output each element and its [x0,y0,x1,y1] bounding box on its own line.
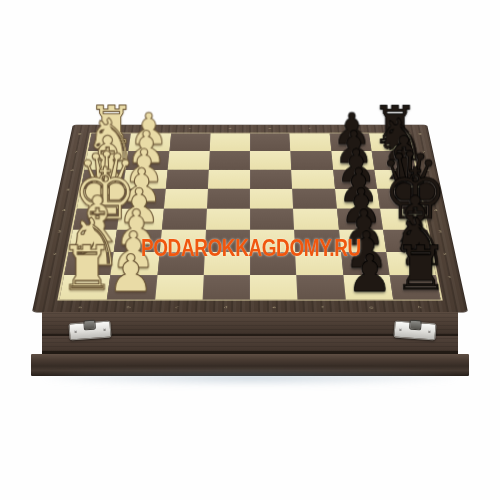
square: ♝ [69,230,118,252]
square: ♟ [126,151,169,169]
square [167,151,209,169]
coordinate-label: f [290,127,330,129]
square: ♜ [369,134,412,152]
square: ♟ [123,170,167,189]
frame-coordinates-far: abcdefgh [91,127,410,129]
black-rook: ♜ [371,99,411,151]
box-drop-shadow [45,372,455,385]
coordinate-label: b [104,306,153,309]
square [250,151,291,169]
square: ♟ [331,151,374,169]
coordinate-label: 1 [445,276,460,301]
square [169,134,210,152]
screw-icon [428,330,431,333]
coordinate-label: 3 [51,230,65,252]
square: ♝ [374,170,419,189]
coordinate-label: a [56,306,105,309]
coordinate-label: e [250,306,299,309]
coordinate-label: f [298,306,347,309]
white-rook: ♜ [88,99,128,151]
square: ♝ [383,230,432,252]
coordinate-label: d [210,127,250,129]
square [161,209,206,230]
square [155,275,204,299]
square: ♜ [88,134,131,152]
coordinate-label: h [395,306,444,309]
coordinate-label: a [91,127,131,129]
square: ♟ [107,275,157,299]
frame-coordinates-near: abcdefgh [56,306,445,309]
coordinate-label: 8 [72,133,84,151]
coordinate-label: 2 [46,252,60,275]
square [210,134,250,152]
coordinate-label: 4 [55,209,68,230]
site-watermark: PODAROKKAGDOMY.RU [141,236,361,260]
square [206,209,250,230]
square: ♚ [73,209,120,230]
white-pawn: ♟ [129,108,169,152]
coordinate-label: 3 [435,230,449,252]
coordinate-label: 4 [431,209,444,230]
square [296,275,345,299]
coordinate-label: h [369,127,409,129]
square [293,209,338,230]
square: ♛ [77,189,123,209]
square: ♚ [380,209,427,230]
square [207,189,250,209]
square: ♝ [81,170,126,189]
chess-board: abcdefgh abcdefgh 87654321 87654321 ♜♟♟♜… [33,125,467,312]
coordinate-label: 6 [423,169,436,188]
latch-right-icon [393,321,436,341]
square: ♞ [64,252,114,275]
coordinate-label: c [170,127,210,129]
coordinate-label: 8 [416,133,428,151]
square: ♞ [85,151,129,169]
latch-knob-icon [83,320,96,331]
square [165,170,208,189]
coordinate-label: 7 [419,151,431,170]
square: ♜ [59,275,110,299]
coordinate-label: 5 [427,189,440,209]
square [250,170,292,189]
square: ♟ [120,189,165,209]
square: ♞ [386,252,436,275]
coordinate-label: g [347,306,396,309]
square [202,275,250,299]
square: ♛ [377,189,423,209]
square: ♟ [335,189,380,209]
latch-left-icon [68,321,111,341]
square: ♟ [337,209,383,230]
square [250,209,294,230]
screw-icon [74,330,77,333]
square [292,189,336,209]
coordinate-label: g [330,127,370,129]
square: ♟ [117,209,163,230]
square: ♜ [389,275,440,299]
coordinate-label: 7 [68,151,80,170]
coordinate-label: 5 [60,189,73,209]
board-box-front-lower [42,336,458,354]
square [250,189,293,209]
square [250,275,298,299]
coordinate-label: c [153,306,202,309]
latch-knob-icon [409,320,422,331]
square [208,170,250,189]
screw-icon [103,328,106,331]
coordinate-label: 1 [40,276,55,301]
coordinate-label: 6 [64,169,77,188]
board-grid: ♜♟♟♜♞♟♟♞♝♟♟♝♛♟♟♛♚♟♟♚♝♟♟♝♞♟♟♞♜♟♟♜ [59,134,440,300]
coordinate-label: d [201,306,250,309]
product-photo: abcdefgh abcdefgh 87654321 87654321 ♜♟♟♜… [0,0,500,500]
square [290,134,331,152]
square [163,189,207,209]
square: ♟ [333,170,377,189]
coordinate-label: 2 [440,252,454,275]
square [291,170,334,189]
square [209,151,250,169]
board-playing-area: ♜♟♟♜♞♟♟♞♝♟♟♝♛♟♟♛♚♟♟♚♝♟♟♝♞♟♟♞♜♟♟♜ [57,133,443,301]
square: ♟ [329,134,371,152]
square [290,151,332,169]
square: ♟ [129,134,171,152]
square: ♟ [343,275,393,299]
screw-icon [399,328,402,331]
black-pawn: ♟ [331,108,371,152]
square: ♞ [371,151,415,169]
coordinate-label: e [250,127,290,129]
square [250,134,290,152]
coordinate-label: b [130,127,170,129]
